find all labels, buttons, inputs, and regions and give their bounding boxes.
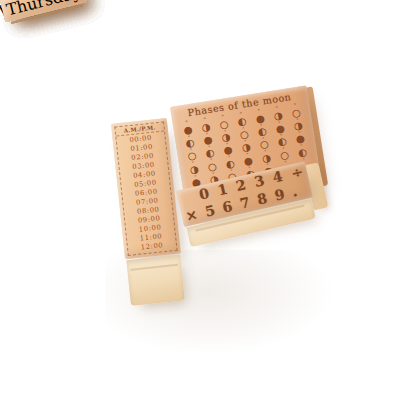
moon-phase-cell-mark: *	[212, 171, 214, 174]
moon-phase-cell-mark: *	[226, 143, 228, 146]
digit: 0	[198, 186, 211, 203]
day-label-thursday: Thursday	[4, 0, 82, 19]
digit: 7	[238, 195, 251, 212]
moon-phase-cell-mark: *	[188, 135, 190, 138]
moon-phase-cell-mark: *	[190, 148, 192, 151]
wooden-stamp-set-photo: Phases of the moon ******* ●*◑*○*◐*●*◑*○…	[0, 0, 416, 416]
digit: .	[291, 184, 299, 200]
digit: ×	[184, 207, 199, 224]
moon-phase-cell-mark: *	[228, 156, 230, 159]
time-stamp-wood-base	[126, 255, 185, 306]
digit: 6	[221, 199, 234, 216]
day-stamp-thursday-face: Thursday	[0, 0, 87, 22]
moon-phase-cell-mark: *	[296, 118, 298, 121]
moon-phase-cell-mark: *	[264, 150, 266, 153]
moon-phase-cell-mark: *	[244, 140, 246, 143]
moon-phase-cell-mark: *	[298, 131, 300, 134]
digit: 5	[204, 203, 217, 220]
digit: 4	[271, 169, 284, 186]
moon-phase-cell-mark: *	[262, 137, 264, 140]
moon-phase-cell-mark: *	[194, 174, 196, 177]
time-stamp-face: A.M./P.M. 00:0001:0002:0003:0004:0005:00…	[111, 118, 181, 259]
moon-phase-cell-mark: *	[266, 163, 268, 166]
moon-phase-cell-mark: *	[206, 132, 208, 135]
moon-phase-cell-mark: *	[284, 160, 286, 163]
digit: 8	[256, 191, 269, 208]
moon-phase-cell-mark: *	[210, 158, 212, 161]
moon-phase-cell-mark: *	[282, 147, 284, 150]
moon-phase-cell-mark: *	[278, 121, 280, 124]
moon-phase-cell-mark: *	[302, 157, 304, 160]
digit: 2	[235, 178, 248, 195]
moon-phase-cell-mark: *	[208, 145, 210, 148]
moon-phase-cell-mark: *	[192, 161, 194, 164]
moon-phase-cell-mark: *	[248, 166, 250, 169]
digit: 3	[253, 173, 266, 190]
moon-phase-cell-mark: *	[246, 153, 248, 156]
day-stamp-thursday: Thursday	[0, 0, 87, 23]
moon-phase-cell-mark: *	[280, 134, 282, 137]
digit: ÷	[290, 164, 305, 181]
digit: 1	[216, 182, 229, 199]
moon-phase-cell-mark: *	[260, 124, 262, 127]
moon-phase-cell-mark: *	[242, 127, 244, 130]
digit: 9	[273, 187, 286, 204]
moon-phase-cell-mark: *	[230, 169, 232, 172]
moon-phase-cell-mark: *	[224, 130, 226, 133]
time-list: 00:0001:0002:0003:0004:0005:0006:0007:00…	[116, 131, 176, 254]
time-stamp-frame: A.M./P.M. 00:0001:0002:0003:0004:0005:00…	[114, 121, 177, 256]
moon-phase-cell-mark: *	[300, 144, 302, 147]
